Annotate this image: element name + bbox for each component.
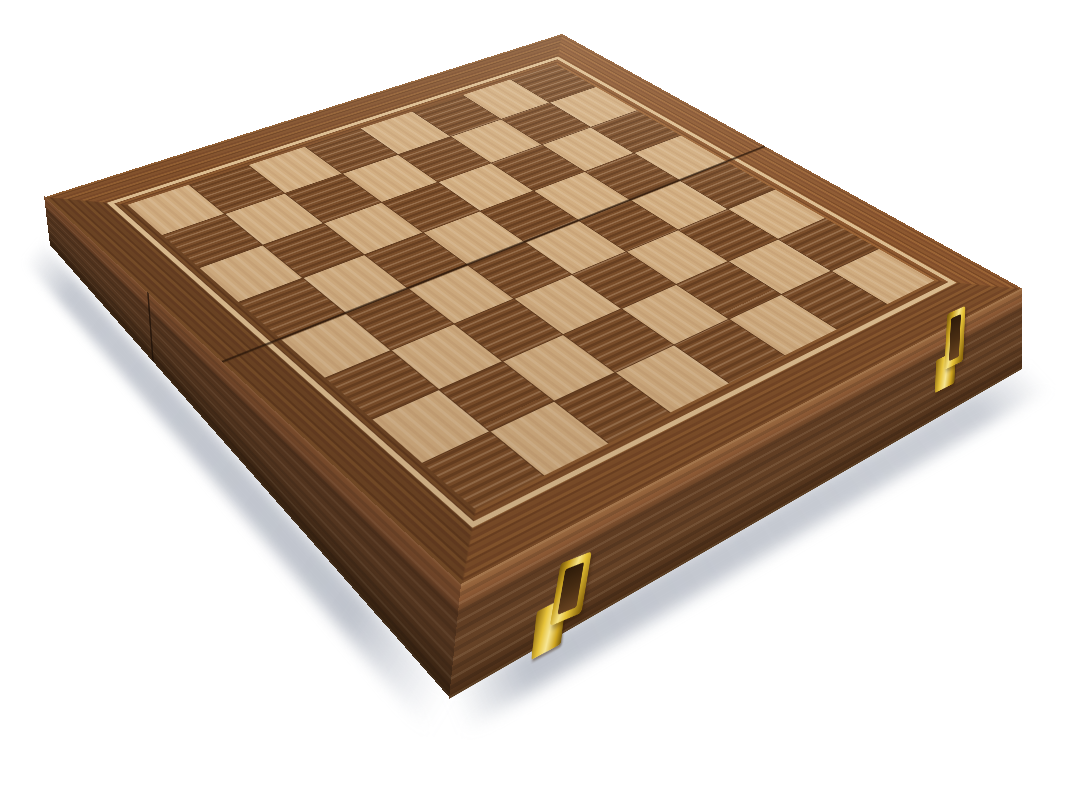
clasp-bail-loop — [550, 551, 592, 626]
fold-seam-side — [147, 292, 154, 363]
chess-board-top — [45, 34, 1023, 585]
product-photo-scene — [0, 0, 1067, 800]
clasp-bail-loop — [944, 306, 965, 370]
